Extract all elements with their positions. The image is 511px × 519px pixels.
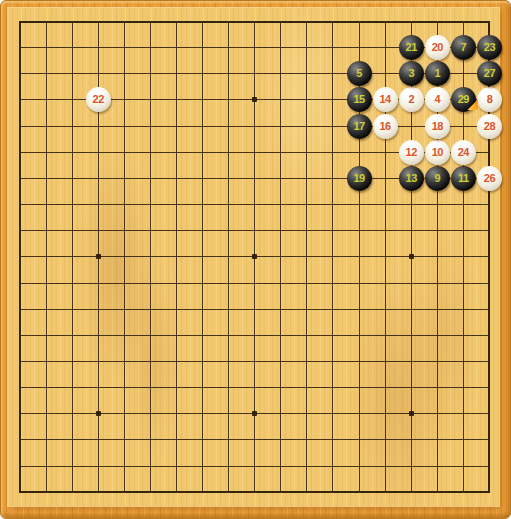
stone-number: 3: [408, 68, 414, 79]
stone-number: 5: [356, 68, 362, 79]
stone-s14: 24: [451, 140, 476, 165]
stone-number: 20: [432, 42, 443, 53]
stone-number: 12: [406, 147, 417, 158]
stone-number: 11: [458, 173, 469, 184]
grid-line: [20, 283, 489, 284]
grid-line: [20, 335, 489, 336]
star-point: [96, 254, 101, 259]
stone-number: 15: [353, 94, 364, 105]
stone-number: 17: [353, 121, 364, 132]
go-board-widget: 1234578910111213141516171819202122232426…: [0, 0, 511, 519]
star-point: [409, 254, 414, 259]
grid-line: [20, 439, 489, 440]
stone-q16: 2: [399, 87, 424, 112]
stone-t15: 28: [477, 114, 502, 139]
stone-s18: 7: [451, 35, 476, 60]
star-point: [252, 97, 257, 102]
stone-number: 21: [406, 42, 417, 53]
stone-q13: 13: [399, 166, 424, 191]
stone-t16: 8: [477, 87, 502, 112]
stone-r13: 9: [425, 166, 450, 191]
grid-line: [20, 361, 489, 362]
stone-r14: 10: [425, 140, 450, 165]
star-point: [252, 411, 257, 416]
grid-line: [332, 22, 333, 493]
stone-number: 29: [458, 94, 469, 105]
star-point: [96, 411, 101, 416]
stone-number: 10: [432, 147, 443, 158]
stone-number: 7: [461, 42, 467, 53]
stone-s13: 11: [451, 166, 476, 191]
stone-q18: 21: [399, 35, 424, 60]
grid-line: [20, 466, 489, 467]
star-point: [409, 411, 414, 416]
stone-r17: 1: [425, 61, 450, 86]
stone-o16: 15: [347, 87, 372, 112]
star-point: [252, 254, 257, 259]
grid-line: [280, 22, 281, 493]
stone-number: 16: [379, 121, 390, 132]
stone-number: 23: [484, 42, 495, 53]
stone-number: 26: [484, 173, 495, 184]
stone-o13: 19: [347, 166, 372, 191]
stone-number: 24: [458, 147, 469, 158]
stone-q17: 3: [399, 61, 424, 86]
stone-number: 28: [484, 121, 495, 132]
stone-number: 8: [487, 94, 493, 105]
stone-t18: 23: [477, 35, 502, 60]
grid-line: [20, 387, 489, 388]
stone-number: 22: [93, 94, 104, 105]
stone-number: 27: [484, 68, 495, 79]
stone-s16: 29: [451, 87, 476, 112]
stone-p15: 16: [373, 114, 398, 139]
stone-number: 14: [379, 94, 390, 105]
grid-line: [20, 309, 489, 310]
stone-number: 19: [353, 173, 364, 184]
stone-number: 2: [408, 94, 414, 105]
grid-line: [306, 22, 307, 493]
stone-number: 9: [434, 173, 440, 184]
stone-number: 18: [432, 121, 443, 132]
stone-number: 13: [406, 173, 417, 184]
stone-q14: 12: [399, 140, 424, 165]
stone-r18: 20: [425, 35, 450, 60]
stone-p16: 14: [373, 87, 398, 112]
stone-o15: 17: [347, 114, 372, 139]
stone-o17: 5: [347, 61, 372, 86]
go-board-surface[interactable]: 1234578910111213141516171819202122232426…: [8, 8, 499, 506]
stone-number: 1: [434, 68, 440, 79]
stone-number: 4: [434, 94, 440, 105]
stone-t17: 27: [477, 61, 502, 86]
stone-t13: 26: [477, 166, 502, 191]
stone-r15: 18: [425, 114, 450, 139]
